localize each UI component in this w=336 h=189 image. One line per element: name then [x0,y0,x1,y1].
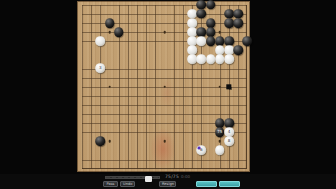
star-point [108,140,111,143]
star-point [108,85,111,88]
bottom-control-bar: 75/75 0:00 Pass Undo Resign [0,174,336,189]
star-point [218,85,221,88]
star-point [108,31,111,34]
white-stone [197,55,207,65]
go-board[interactable]: 375486 [77,1,250,172]
move-slider[interactable] [105,176,160,179]
black-stone [197,9,207,19]
white-stone [96,36,106,46]
pass-button[interactable]: Pass [103,181,118,187]
black-stone-numbered: 75 [215,127,225,137]
move-counter-extra: 0:00 [181,174,190,179]
resign-button[interactable]: Resign [159,181,176,187]
black-stone [206,0,216,9]
star-point [218,140,221,143]
teal-button-left[interactable] [196,181,217,187]
teal-button-right[interactable] [219,181,240,187]
white-stone [206,55,216,65]
white-stone-numbered: 3 [96,64,106,74]
black-stone [105,18,115,28]
white-stone [187,55,197,65]
white-stone-numbered: 6 [197,146,207,156]
current-move-dot [198,147,201,150]
star-point [163,31,166,34]
white-stone [197,36,207,46]
black-stone [233,45,243,55]
black-stone [224,18,234,28]
star-point [163,85,166,88]
black-stone [233,18,243,28]
undo-button[interactable]: Undo [120,181,135,187]
move-counter: 75/75 [165,174,179,179]
black-stone [242,36,252,46]
star-point [218,31,221,34]
black-stone [114,27,124,37]
white-stone-numbered: 8 [224,136,234,146]
go-client-window: 375486 75/75 0:00 Pass Undo Resign [0,0,336,189]
black-square-marker [226,84,231,89]
white-stone [215,55,225,65]
white-stone [224,55,234,65]
move-slider-row: 75/75 0:00 [103,175,283,180]
black-stone [206,36,216,46]
star-point [163,140,166,143]
black-stone [96,136,106,146]
white-stone [215,146,225,156]
slider-thumb[interactable] [145,176,152,182]
